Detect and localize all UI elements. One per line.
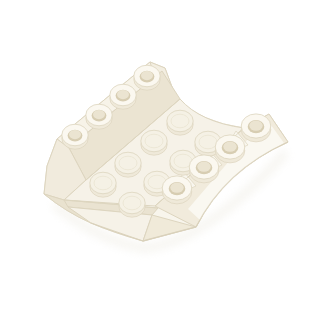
stud-hollow [110, 84, 136, 109]
stud-hollow [162, 176, 192, 204]
stud-hollow [62, 124, 88, 149]
stud-hollow [215, 135, 245, 163]
stud-hollow [189, 155, 219, 183]
stud-solid [115, 152, 141, 177]
lego-part-illustration [0, 0, 320, 320]
stud-solid [167, 110, 193, 135]
stud-solid [90, 172, 116, 197]
stud-solid [141, 130, 167, 155]
stud-hollow [241, 114, 271, 142]
lego-part-photo: White LEGO inverted 45-degree double slo… [0, 0, 320, 320]
stud-hollow [134, 65, 160, 90]
stud-solid [119, 192, 145, 217]
stud-hollow [86, 104, 112, 129]
photo-stage: White LEGO inverted 45-degree double slo… [0, 0, 320, 320]
